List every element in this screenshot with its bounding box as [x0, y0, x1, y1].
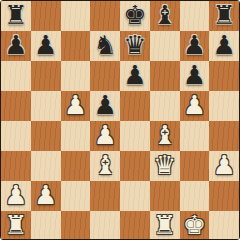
piece-black-rook[interactable]: ♜: [212, 0, 235, 30]
square-a8[interactable]: ♜: [1, 1, 31, 31]
piece-white-king[interactable]: ♚: [183, 210, 206, 240]
chess-board: ♜♚♝♜♟♟♞♛♟♟♟♟♟♟♟♟♝♝♛♟♟♟♜♜♚: [1, 1, 239, 239]
piece-white-pawn[interactable]: ♟: [34, 180, 57, 210]
square-f6[interactable]: [150, 61, 180, 91]
square-h3[interactable]: ♟: [209, 151, 239, 181]
square-d8[interactable]: [90, 1, 120, 31]
square-g8[interactable]: [180, 1, 210, 31]
square-g3[interactable]: [180, 151, 210, 181]
square-e1[interactable]: [120, 211, 150, 240]
square-c3[interactable]: [61, 151, 91, 181]
square-f5[interactable]: [150, 91, 180, 121]
piece-white-pawn[interactable]: ♟: [183, 90, 206, 120]
square-d1[interactable]: [90, 211, 120, 240]
square-b6[interactable]: [31, 61, 61, 91]
square-g1[interactable]: ♚: [180, 211, 210, 240]
square-a1[interactable]: ♜: [1, 211, 31, 240]
square-b2[interactable]: ♟: [31, 181, 61, 211]
square-c7[interactable]: [61, 31, 91, 61]
square-g6[interactable]: ♟: [180, 61, 210, 91]
square-c5[interactable]: ♟: [61, 91, 91, 121]
square-e4[interactable]: [120, 121, 150, 151]
piece-black-knight[interactable]: ♞: [93, 30, 116, 60]
square-b3[interactable]: [31, 151, 61, 181]
square-g4[interactable]: [180, 121, 210, 151]
square-c8[interactable]: [61, 1, 91, 31]
square-f1[interactable]: ♜: [150, 211, 180, 240]
square-b7[interactable]: ♟: [31, 31, 61, 61]
square-c2[interactable]: [61, 181, 91, 211]
square-f7[interactable]: [150, 31, 180, 61]
square-b8[interactable]: [31, 1, 61, 31]
square-e6[interactable]: ♟: [120, 61, 150, 91]
square-c4[interactable]: [61, 121, 91, 151]
square-d6[interactable]: [90, 61, 120, 91]
square-c1[interactable]: [61, 211, 91, 240]
square-a4[interactable]: [1, 121, 31, 151]
square-a2[interactable]: ♟: [1, 181, 31, 211]
square-e2[interactable]: [120, 181, 150, 211]
square-h4[interactable]: [209, 121, 239, 151]
square-e7[interactable]: ♛: [120, 31, 150, 61]
square-g7[interactable]: ♟: [180, 31, 210, 61]
piece-black-pawn[interactable]: ♟: [183, 60, 206, 90]
piece-black-queen[interactable]: ♛: [123, 30, 146, 60]
square-f8[interactable]: ♝: [150, 1, 180, 31]
square-h7[interactable]: ♟: [209, 31, 239, 61]
piece-white-pawn[interactable]: ♟: [212, 150, 235, 180]
square-h6[interactable]: [209, 61, 239, 91]
square-g5[interactable]: ♟: [180, 91, 210, 121]
square-g2[interactable]: [180, 181, 210, 211]
square-b1[interactable]: [31, 211, 61, 240]
piece-black-pawn[interactable]: ♟: [212, 30, 235, 60]
piece-black-pawn[interactable]: ♟: [93, 90, 116, 120]
piece-black-bishop[interactable]: ♝: [153, 0, 176, 30]
piece-black-king[interactable]: ♚: [123, 0, 146, 30]
square-b4[interactable]: [31, 121, 61, 151]
square-a7[interactable]: ♟: [1, 31, 31, 61]
square-d4[interactable]: ♟: [90, 121, 120, 151]
piece-white-rook[interactable]: ♜: [4, 210, 27, 240]
piece-black-pawn[interactable]: ♟: [4, 30, 27, 60]
piece-white-pawn[interactable]: ♟: [4, 180, 27, 210]
square-d3[interactable]: ♝: [90, 151, 120, 181]
piece-black-pawn[interactable]: ♟: [34, 30, 57, 60]
piece-white-pawn[interactable]: ♟: [64, 90, 87, 120]
square-d5[interactable]: ♟: [90, 91, 120, 121]
square-h2[interactable]: [209, 181, 239, 211]
square-h1[interactable]: [209, 211, 239, 240]
piece-white-bishop[interactable]: ♝: [93, 150, 116, 180]
square-b5[interactable]: [31, 91, 61, 121]
square-a5[interactable]: [1, 91, 31, 121]
square-c6[interactable]: [61, 61, 91, 91]
square-a6[interactable]: [1, 61, 31, 91]
square-e5[interactable]: [120, 91, 150, 121]
square-e8[interactable]: ♚: [120, 1, 150, 31]
piece-black-pawn[interactable]: ♟: [123, 60, 146, 90]
square-h5[interactable]: [209, 91, 239, 121]
piece-white-bishop[interactable]: ♝: [153, 120, 176, 150]
square-h8[interactable]: ♜: [209, 1, 239, 31]
piece-black-rook[interactable]: ♜: [4, 0, 27, 30]
square-f3[interactable]: ♛: [150, 151, 180, 181]
square-f2[interactable]: [150, 181, 180, 211]
piece-white-queen[interactable]: ♛: [153, 150, 176, 180]
piece-black-pawn[interactable]: ♟: [183, 30, 206, 60]
square-d2[interactable]: [90, 181, 120, 211]
piece-white-rook[interactable]: ♜: [153, 210, 176, 240]
square-f4[interactable]: ♝: [150, 121, 180, 151]
piece-white-pawn[interactable]: ♟: [93, 120, 116, 150]
square-a3[interactable]: [1, 151, 31, 181]
square-e3[interactable]: [120, 151, 150, 181]
chess-board-frame: ♜♚♝♜♟♟♞♛♟♟♟♟♟♟♟♟♝♝♛♟♟♟♜♜♚: [0, 0, 240, 240]
square-d7[interactable]: ♞: [90, 31, 120, 61]
